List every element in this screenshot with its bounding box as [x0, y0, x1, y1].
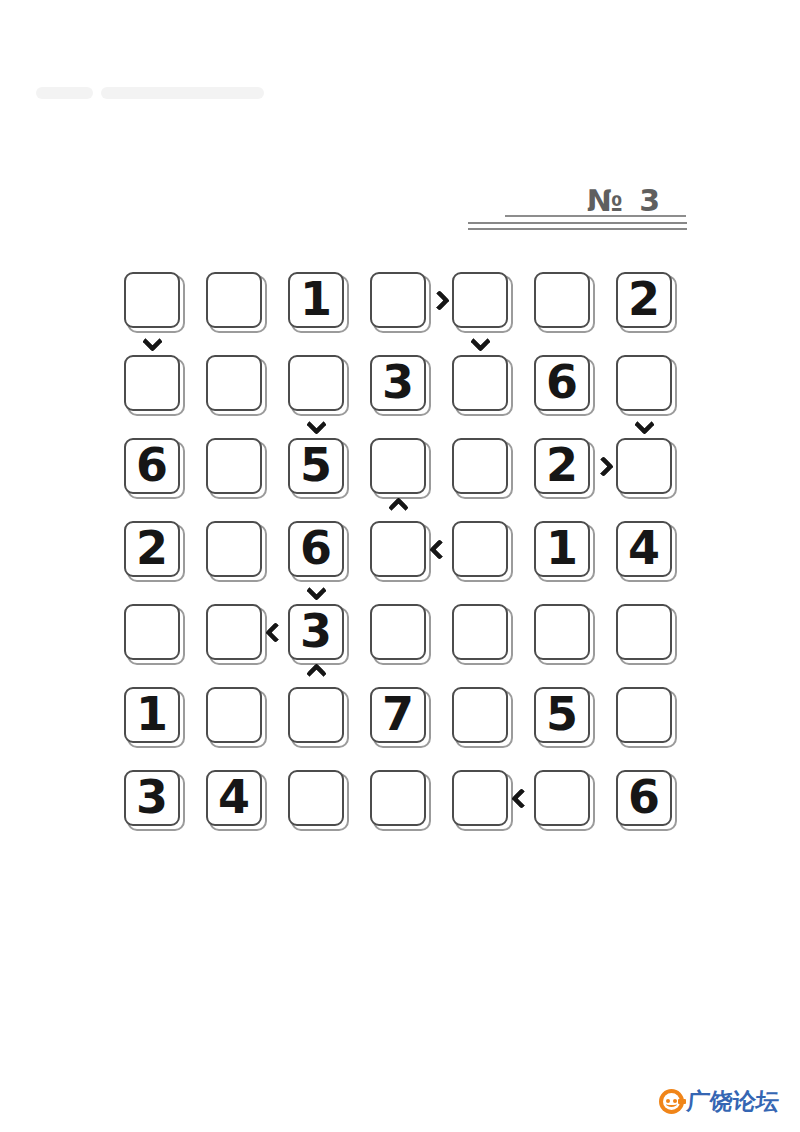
forum-logo-text: 广饶论坛 — [686, 1090, 780, 1113]
inequality-arrow-r1c1>r2c1 — [139, 328, 165, 354]
cell-r1c3: 1 — [288, 272, 344, 328]
inequality-arrow-r5c2<r5c3 — [262, 619, 288, 645]
cell-r5c2[interactable] — [206, 604, 262, 660]
cell-r3c7[interactable] — [616, 438, 672, 494]
cell-r4c6: 1 — [534, 521, 590, 577]
cell-r5c5[interactable] — [452, 604, 508, 660]
cell-r2c6: 6 — [534, 355, 590, 411]
cell-r2c4: 3 — [370, 355, 426, 411]
inequality-arrow-r1c4>r1c5 — [426, 287, 452, 313]
given-digit: 1 — [546, 525, 578, 574]
cell-r7c4[interactable] — [370, 770, 426, 826]
cell-r4c4[interactable] — [370, 521, 426, 577]
smiley-logo-icon — [659, 1089, 684, 1114]
given-digit: 3 — [136, 774, 168, 823]
given-digit: 1 — [300, 276, 332, 325]
cell-r3c5[interactable] — [452, 438, 508, 494]
cell-r3c6: 2 — [534, 438, 590, 494]
cell-r4c5[interactable] — [452, 521, 508, 577]
given-digit: 4 — [628, 525, 660, 574]
inequality-arrow-r3c4<r4c4 — [385, 494, 411, 520]
cell-r2c2[interactable] — [206, 355, 262, 411]
cell-r7c6[interactable] — [534, 770, 590, 826]
cell-r5c6[interactable] — [534, 604, 590, 660]
cell-r1c6[interactable] — [534, 272, 590, 328]
inequality-arrow-r2c7>r3c7 — [631, 411, 657, 437]
inequality-arrow-r1c5>r2c5 — [467, 328, 493, 354]
cell-r1c1[interactable] — [124, 272, 180, 328]
cell-r3c2[interactable] — [206, 438, 262, 494]
logo-mouth-icon — [666, 1101, 677, 1107]
cell-r4c7: 4 — [616, 521, 672, 577]
cell-r7c1: 3 — [124, 770, 180, 826]
given-digit: 6 — [628, 774, 660, 823]
given-digit: 2 — [136, 525, 168, 574]
cell-r3c4[interactable] — [370, 438, 426, 494]
cell-r6c6: 5 — [534, 687, 590, 743]
cell-r5c4[interactable] — [370, 604, 426, 660]
cell-r1c4[interactable] — [370, 272, 426, 328]
given-digit: 6 — [546, 359, 578, 408]
cell-r1c5[interactable] — [452, 272, 508, 328]
cell-r6c1: 1 — [124, 687, 180, 743]
puzzle-number-label: № 3 — [555, 183, 695, 218]
cell-r1c7: 2 — [616, 272, 672, 328]
cell-r4c3: 6 — [288, 521, 344, 577]
cell-r5c7[interactable] — [616, 604, 672, 660]
inequality-arrow-r4c4<r4c5 — [426, 536, 452, 562]
cell-r7c5[interactable] — [452, 770, 508, 826]
inequality-arrow-r2c3>r3c3 — [303, 411, 329, 437]
cell-r2c7[interactable] — [616, 355, 672, 411]
cell-r1c2[interactable] — [206, 272, 262, 328]
given-digit: 7 — [382, 691, 414, 740]
faded-watermark-fragment — [101, 87, 264, 99]
cell-r6c2[interactable] — [206, 687, 262, 743]
inequality-arrow-r4c3>r5c3 — [303, 577, 329, 603]
given-digit: 5 — [300, 442, 332, 491]
cell-r7c3[interactable] — [288, 770, 344, 826]
given-digit: 6 — [136, 442, 168, 491]
given-digit: 2 — [546, 442, 578, 491]
given-digit: 4 — [218, 774, 250, 823]
cell-r5c3: 3 — [288, 604, 344, 660]
cell-r4c1: 2 — [124, 521, 180, 577]
cell-r6c4: 7 — [370, 687, 426, 743]
cell-r3c1: 6 — [124, 438, 180, 494]
given-digit: 2 — [628, 276, 660, 325]
cell-r2c5[interactable] — [452, 355, 508, 411]
inequality-arrow-r3c6>r3c7 — [590, 453, 616, 479]
cell-r2c3[interactable] — [288, 355, 344, 411]
cell-r2c1[interactable] — [124, 355, 180, 411]
cell-r7c7: 6 — [616, 770, 672, 826]
inequality-arrow-r7c5<r7c6 — [508, 785, 534, 811]
forum-logo: 广饶论坛 — [659, 1089, 779, 1114]
board: 123665226143175346 — [124, 272, 672, 826]
cell-r5c1[interactable] — [124, 604, 180, 660]
inequality-arrow-r5c3<r6c3 — [303, 660, 329, 686]
cell-r7c2: 4 — [206, 770, 262, 826]
header-underline-double — [468, 222, 687, 230]
faded-watermark-fragment — [36, 87, 93, 99]
given-digit: 3 — [300, 608, 332, 657]
cell-r6c5[interactable] — [452, 687, 508, 743]
given-digit: 6 — [300, 525, 332, 574]
given-digit: 1 — [136, 691, 168, 740]
cell-r6c3[interactable] — [288, 687, 344, 743]
cell-r3c3: 5 — [288, 438, 344, 494]
given-digit: 5 — [546, 691, 578, 740]
header-underline-thin — [505, 215, 686, 217]
cell-r4c2[interactable] — [206, 521, 262, 577]
given-digit: 3 — [382, 359, 414, 408]
cell-r6c7[interactable] — [616, 687, 672, 743]
